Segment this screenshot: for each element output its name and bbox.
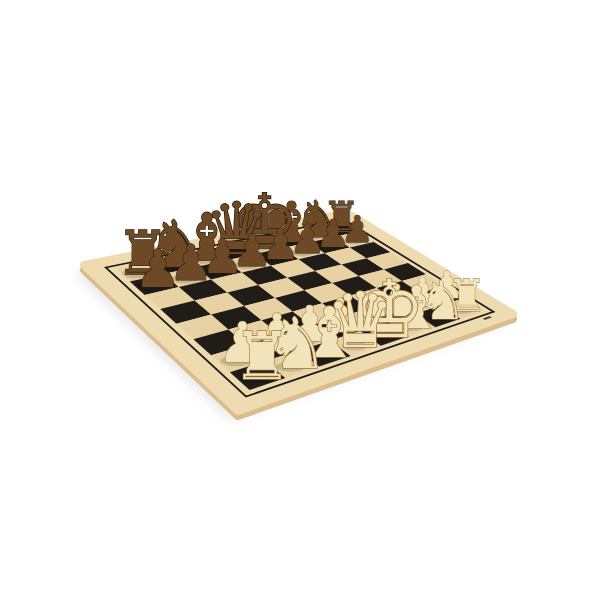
piece-black-pawn-a7: ♟ — [134, 238, 181, 299]
chess-board-photo: ♜♞♟♝♟♚♟♛♟♝♟♞♟♜♟♟♟♟♜♟♞♟♝♟♚♟♛♟♝♟♞♜ — [0, 0, 600, 600]
chess-set-product-photo: ♜♞♟♝♟♚♟♛♟♝♟♞♟♜♟♟♟♟♜♟♞♟♝♟♚♟♛♟♝♟♞♜ — [0, 0, 600, 600]
piece-white-rook-a1: ♜ — [233, 318, 292, 395]
